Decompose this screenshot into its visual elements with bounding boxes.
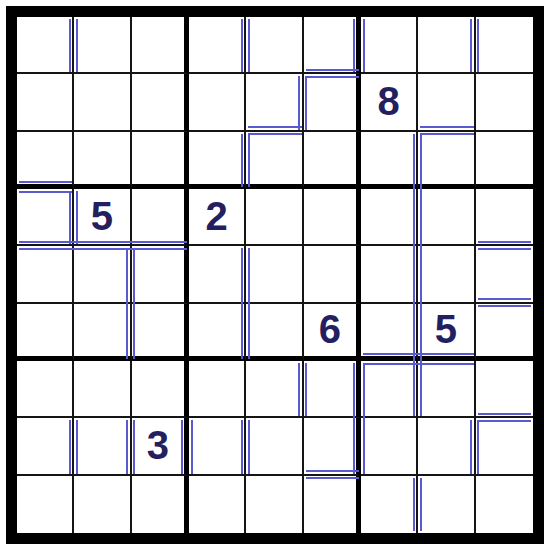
cell-r2c7[interactable]: 8 — [361, 74, 418, 131]
cell-r9c6[interactable] — [304, 476, 361, 533]
cell-r2c6[interactable] — [304, 74, 361, 131]
cell-r3c9[interactable] — [476, 132, 533, 189]
cell-r2c1[interactable] — [17, 74, 74, 131]
given-digit-r2c7: 8 — [378, 81, 400, 121]
given-digit-r6c6: 6 — [319, 309, 341, 349]
cell-r4c6[interactable] — [304, 189, 361, 246]
cell-r5c4[interactable] — [189, 246, 246, 303]
cell-r5c7[interactable] — [361, 246, 418, 303]
cell-r4c1[interactable] — [17, 189, 74, 246]
cell-r6c8[interactable]: 5 — [418, 304, 475, 361]
cell-r4c2[interactable]: 5 — [74, 189, 131, 246]
cell-r8c3[interactable]: 3 — [132, 418, 189, 475]
cell-r8c9[interactable] — [476, 418, 533, 475]
cell-r6c4[interactable] — [189, 304, 246, 361]
cell-r6c7[interactable] — [361, 304, 418, 361]
cell-r8c6[interactable] — [304, 418, 361, 475]
cell-r9c7[interactable] — [361, 476, 418, 533]
cell-r2c8[interactable] — [418, 74, 475, 131]
cell-r9c5[interactable] — [246, 476, 303, 533]
cell-r1c4[interactable] — [189, 17, 246, 74]
cell-r3c6[interactable] — [304, 132, 361, 189]
cell-r5c1[interactable] — [17, 246, 74, 303]
sudoku-grid: 852653 — [17, 17, 533, 533]
cell-r6c1[interactable] — [17, 304, 74, 361]
cell-r9c3[interactable] — [132, 476, 189, 533]
cell-r5c9[interactable] — [476, 246, 533, 303]
cell-r1c3[interactable] — [132, 17, 189, 74]
cell-r7c5[interactable] — [246, 361, 303, 418]
cell-r9c9[interactable] — [476, 476, 533, 533]
cell-r7c4[interactable] — [189, 361, 246, 418]
cell-r5c6[interactable] — [304, 246, 361, 303]
cell-r9c4[interactable] — [189, 476, 246, 533]
cell-r2c2[interactable] — [74, 74, 131, 131]
cell-r1c5[interactable] — [246, 17, 303, 74]
cell-r7c1[interactable] — [17, 361, 74, 418]
cell-r9c8[interactable] — [418, 476, 475, 533]
cell-r5c5[interactable] — [246, 246, 303, 303]
cell-r4c4[interactable]: 2 — [189, 189, 246, 246]
given-digit-r4c2: 5 — [91, 196, 113, 236]
cell-r3c2[interactable] — [74, 132, 131, 189]
given-digit-r6c8: 5 — [435, 309, 457, 349]
cell-r2c5[interactable] — [246, 74, 303, 131]
cell-r2c4[interactable] — [189, 74, 246, 131]
cell-r6c6[interactable]: 6 — [304, 304, 361, 361]
cell-r3c4[interactable] — [189, 132, 246, 189]
cell-r7c8[interactable] — [418, 361, 475, 418]
given-digit-r8c3: 3 — [147, 425, 169, 465]
cell-r8c7[interactable] — [361, 418, 418, 475]
cell-r8c8[interactable] — [418, 418, 475, 475]
cell-r4c7[interactable] — [361, 189, 418, 246]
given-digit-r4c4: 2 — [206, 196, 228, 236]
cell-r6c5[interactable] — [246, 304, 303, 361]
cell-r2c3[interactable] — [132, 74, 189, 131]
cell-r4c3[interactable] — [132, 189, 189, 246]
cell-r5c3[interactable] — [132, 246, 189, 303]
cell-r7c6[interactable] — [304, 361, 361, 418]
cell-r1c8[interactable] — [418, 17, 475, 74]
cell-r6c9[interactable] — [476, 304, 533, 361]
cell-r8c2[interactable] — [74, 418, 131, 475]
cell-r8c1[interactable] — [17, 418, 74, 475]
cell-r1c2[interactable] — [74, 17, 131, 74]
cell-r5c8[interactable] — [418, 246, 475, 303]
cell-r7c7[interactable] — [361, 361, 418, 418]
cell-r3c3[interactable] — [132, 132, 189, 189]
cell-r8c5[interactable] — [246, 418, 303, 475]
cell-r1c7[interactable] — [361, 17, 418, 74]
cell-r3c7[interactable] — [361, 132, 418, 189]
cell-r1c6[interactable] — [304, 17, 361, 74]
cell-r4c9[interactable] — [476, 189, 533, 246]
cell-r3c8[interactable] — [418, 132, 475, 189]
cell-r1c1[interactable] — [17, 17, 74, 74]
cell-r7c9[interactable] — [476, 361, 533, 418]
cell-r4c5[interactable] — [246, 189, 303, 246]
cell-r9c1[interactable] — [17, 476, 74, 533]
cell-r8c4[interactable] — [189, 418, 246, 475]
cell-r1c9[interactable] — [476, 17, 533, 74]
cell-r7c2[interactable] — [74, 361, 131, 418]
cell-r3c5[interactable] — [246, 132, 303, 189]
cell-r6c2[interactable] — [74, 304, 131, 361]
cell-r6c3[interactable] — [132, 304, 189, 361]
cell-r7c3[interactable] — [132, 361, 189, 418]
cell-r3c1[interactable] — [17, 132, 74, 189]
cell-r4c8[interactable] — [418, 189, 475, 246]
sudoku-board: 852653 — [6, 6, 544, 544]
cell-r9c2[interactable] — [74, 476, 131, 533]
cell-r5c2[interactable] — [74, 246, 131, 303]
cell-r2c9[interactable] — [476, 74, 533, 131]
